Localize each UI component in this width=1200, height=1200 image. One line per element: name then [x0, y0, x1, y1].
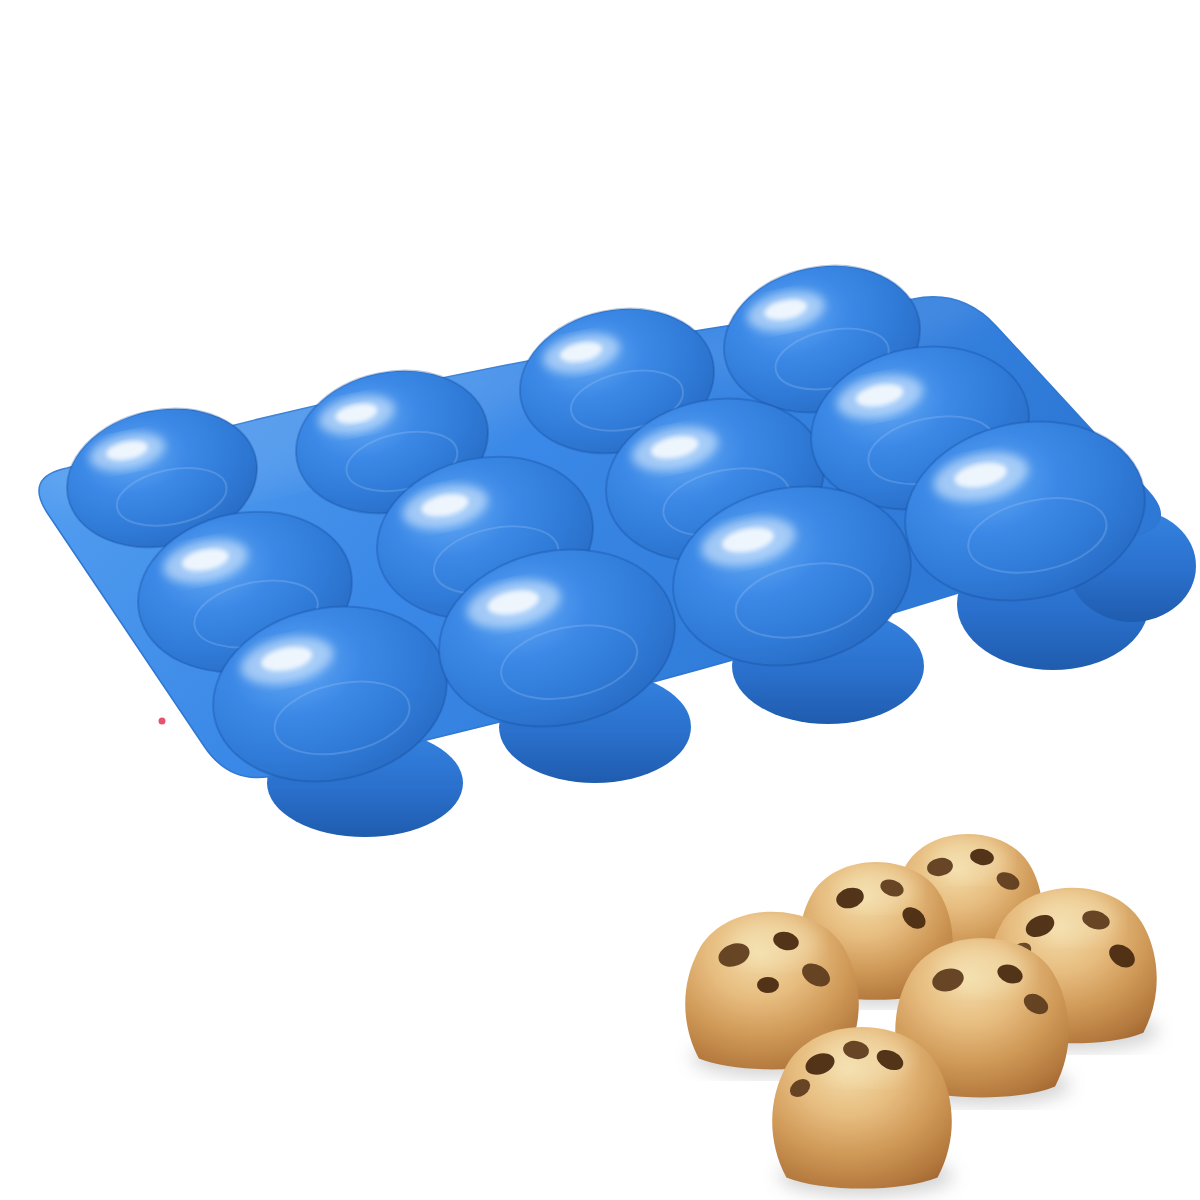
product-photo — [0, 0, 1200, 1200]
red-speck — [159, 718, 166, 725]
chocolate-chip — [757, 977, 779, 993]
muffin-front-left — [772, 1027, 953, 1196]
scene — [0, 0, 1200, 1200]
